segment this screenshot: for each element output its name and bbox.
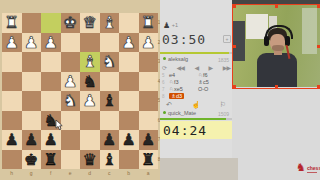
black-bishop: ♝ [100,91,120,111]
file-label: c [100,170,120,176]
square-f4[interactable] [41,72,61,92]
opponent-time-bar [160,52,232,54]
logo-underline [307,172,317,173]
resign-flag-icon[interactable]: ⚐ [220,101,226,109]
black-move[interactable]: ♘f6 [198,72,227,79]
square-g1[interactable] [22,13,42,33]
player-time-bar-fill [160,118,226,120]
square-d8[interactable]: ♛ [80,150,100,170]
white-pawn: ♟ [61,72,81,92]
opponent-clock: 03:50 [162,32,206,47]
square-d7[interactable] [80,130,100,150]
black-rook: ♜ [41,150,61,170]
square-d5[interactable]: ♟ [80,91,100,111]
selection-handle [275,5,278,8]
square-c2[interactable] [100,33,120,53]
square-b2[interactable]: ♟ [119,33,139,53]
square-f5[interactable] [41,91,61,111]
white-rook: ♜ [139,13,159,33]
material-advantage: +1 [172,22,178,28]
move-nav: ⟳◀◀◀▶▶▶ [162,63,230,71]
knight-logo-icon: ♞ [296,161,306,174]
white-king: ♚ [61,13,81,33]
file-label: a [139,170,159,176]
move-number: 8 [162,93,169,100]
square-g2[interactable]: ♟ [22,33,42,53]
square-g3[interactable] [22,52,42,72]
file-label: e [61,170,81,176]
square-f3[interactable] [41,52,61,72]
square-c3[interactable]: ♞ [100,52,120,72]
selection-handle [233,45,236,48]
black-pawn: ♟ [100,130,120,150]
move-number: 6 [162,79,169,86]
player-row[interactable]: quick_Mate 1509 [163,110,229,118]
first-move-icon[interactable]: ◀◀ [177,64,184,71]
active-clock-box: 04:24 [160,121,232,139]
online-dot [163,111,166,114]
square-a8[interactable]: ♜ [139,150,159,170]
white-pawn: ♟ [139,33,159,53]
file-label: f [41,170,61,176]
square-h2[interactable]: ♟ [2,33,22,53]
square-d1[interactable]: ♛ [80,13,100,33]
square-f8[interactable]: ♜ [41,150,61,170]
opponent-time-bar-fill [160,52,229,54]
black-move[interactable]: O-O [198,86,227,93]
channel-logo: ♞ chess [296,160,320,178]
square-h1[interactable]: ♜ [2,13,22,33]
next-move-icon[interactable]: ▶ [209,64,213,71]
move-row: 6♘f3♗c5 [162,79,230,86]
square-b8[interactable] [119,150,139,170]
square-a4[interactable] [139,72,159,92]
black-pawn: ♟ [139,130,159,150]
player-time-bar [160,118,232,120]
square-e1[interactable]: ♚ [61,13,81,33]
white-move[interactable]: ♘xe5 [169,86,198,93]
game-panel: ♟ +1 03:50 + aleksalg 1835 ⟳◀◀◀▶▶▶ 5e4♘f… [160,0,232,180]
white-knight: ♞ [100,52,120,72]
logo-text: chess [307,165,320,171]
square-d6[interactable] [80,111,100,131]
white-pawn: ♟ [22,33,42,53]
takeback-icon[interactable]: ↶ [166,101,172,109]
captured-pawn-icon: ♟ [163,21,170,30]
square-b7[interactable]: ♟ [119,130,139,150]
white-bishop: ♝ [100,13,120,33]
selection-handle [275,85,278,88]
square-e4[interactable]: ♟ [61,72,81,92]
black-knight: ♞ [80,72,100,92]
square-h4[interactable] [2,72,22,92]
add-time-button[interactable]: + [223,35,231,43]
square-h6[interactable] [2,111,22,131]
player-rating: 1509 [218,111,229,117]
square-b5[interactable] [119,91,139,111]
board-area: ♜♚♛♝♜♟♟♟♟♟♝♞♟♞♞♟♝♞♟♟♟♟♟♟♚♜♛♝♜ hgfedcba 1… [0,0,160,180]
chess-board[interactable]: ♜♚♛♝♜♟♟♟♟♟♝♞♟♞♞♟♝♞♟♟♟♟♟♟♚♜♛♝♜ [2,13,158,169]
move-list: 5e4♘f66♘f3♗c57♘xe5O-O8♗d3 [162,72,230,100]
square-a7[interactable]: ♟ [139,130,159,150]
square-g7[interactable]: ♟ [22,130,42,150]
square-g4[interactable] [22,72,42,92]
square-b4[interactable] [119,72,139,92]
square-h8[interactable] [2,150,22,170]
black-bishop: ♝ [100,150,120,170]
black-pawn: ♟ [2,130,22,150]
white-move[interactable]: ♗d3 [169,93,198,100]
black-pawn: ♟ [119,130,139,150]
square-f2[interactable]: ♟ [41,33,61,53]
draw-offer-icon[interactable]: ☝ [191,101,200,109]
square-a5[interactable] [139,91,159,111]
move-row: 7♘xe5O-O [162,86,230,93]
square-d2[interactable] [80,33,100,53]
move-number: 5 [162,72,169,79]
square-g8[interactable]: ♚ [22,150,42,170]
white-pawn: ♟ [80,91,100,111]
player-clock: 04:24 [163,123,207,138]
selection-handle [233,85,236,88]
square-c8[interactable]: ♝ [100,150,120,170]
move-row: 8♗d3 [162,93,230,100]
square-c7[interactable]: ♟ [100,130,120,150]
last-move-icon[interactable]: ▶▶ [223,64,230,71]
black-pawn: ♟ [22,130,42,150]
square-a2[interactable]: ♟ [139,33,159,53]
black-queen: ♛ [80,150,100,170]
online-dot [163,57,166,60]
stream-frame: ♜♚♛♝♜♟♟♟♟♟♝♞♟♞♞♟♝♞♟♟♟♟♟♟♚♜♛♝♜ hgfedcba 1… [0,0,320,180]
white-move[interactable]: ♘f3 [169,79,198,86]
white-pawn: ♟ [2,33,22,53]
move-number: 7 [162,86,169,93]
square-c4[interactable] [100,72,120,92]
move-row: 5e4♘f6 [162,72,230,79]
square-a1[interactable]: ♜ [139,13,159,33]
square-e3[interactable] [61,52,81,72]
black-move[interactable]: ♗c5 [198,79,227,86]
square-b6[interactable] [119,111,139,131]
white-queen: ♛ [80,13,100,33]
square-a3[interactable] [139,52,159,72]
white-knight: ♞ [61,91,81,111]
square-b3[interactable] [119,52,139,72]
square-c5[interactable]: ♝ [100,91,120,111]
player-name: quick_Mate [168,110,196,116]
bottom-strip [160,158,238,180]
file-label: h [2,170,22,176]
white-bishop: ♝ [80,52,100,72]
square-e7[interactable] [61,130,81,150]
white-pawn: ♟ [119,33,139,53]
square-e2[interactable] [61,33,81,53]
square-g6[interactable] [22,111,42,131]
square-f7[interactable]: ♟ [41,130,61,150]
selection-handle [233,5,236,8]
black-pawn: ♟ [41,130,61,150]
square-d3[interactable]: ♝ [80,52,100,72]
flip-board-icon[interactable]: ⟳ [162,64,166,71]
file-label: b [119,170,139,176]
mouse-cursor [55,120,64,131]
captured-pieces: ♟ +1 [163,21,178,30]
white-move[interactable]: e4 [169,72,198,79]
webcam-selection-border [232,4,320,89]
opponent-name: aleksalg [168,56,188,62]
square-c6[interactable] [100,111,120,131]
square-g5[interactable] [22,91,42,111]
square-e8[interactable] [61,150,81,170]
square-h3[interactable] [2,52,22,72]
black-rook: ♜ [139,150,159,170]
square-f1[interactable] [41,13,61,33]
square-a6[interactable] [139,111,159,131]
square-d4[interactable]: ♞ [80,72,100,92]
prev-move-icon[interactable]: ◀ [194,64,198,71]
white-pawn: ♟ [41,33,61,53]
square-h5[interactable] [2,91,22,111]
square-e5[interactable]: ♞ [61,91,81,111]
square-h7[interactable]: ♟ [2,130,22,150]
white-rook: ♜ [2,13,22,33]
black-king: ♚ [22,150,42,170]
file-label: d [80,170,100,176]
game-actions: ↶☝⚐ [166,100,226,110]
square-c1[interactable]: ♝ [100,13,120,33]
file-label: g [22,170,42,176]
square-b1[interactable] [119,13,139,33]
